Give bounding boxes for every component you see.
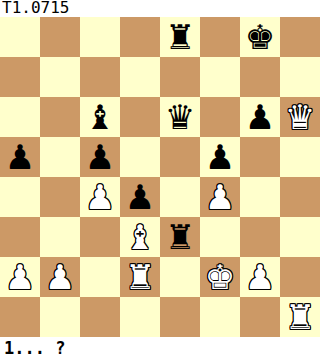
square-e6[interactable]: ♛ xyxy=(160,97,200,137)
square-a5[interactable]: ♟ xyxy=(0,137,40,177)
square-b7[interactable] xyxy=(40,57,80,97)
square-g6[interactable]: ♟ xyxy=(240,97,280,137)
square-d4[interactable]: ♟ xyxy=(120,177,160,217)
square-a7[interactable] xyxy=(0,57,40,97)
square-b4[interactable] xyxy=(40,177,80,217)
square-g8[interactable]: ♚ xyxy=(240,17,280,57)
square-b1[interactable] xyxy=(40,297,80,337)
square-a3[interactable] xyxy=(0,217,40,257)
square-d6[interactable] xyxy=(120,97,160,137)
square-g5[interactable] xyxy=(240,137,280,177)
square-h8[interactable] xyxy=(280,17,320,57)
square-h2[interactable] xyxy=(280,257,320,297)
square-e1[interactable] xyxy=(160,297,200,337)
white-pawn: ♟ xyxy=(80,177,120,217)
square-f4[interactable]: ♟ xyxy=(200,177,240,217)
square-f3[interactable] xyxy=(200,217,240,257)
black-pawn: ♟ xyxy=(120,177,160,217)
square-a2[interactable]: ♟ xyxy=(0,257,40,297)
square-d2[interactable]: ♜ xyxy=(120,257,160,297)
black-rook: ♜ xyxy=(160,17,200,57)
square-c4[interactable]: ♟ xyxy=(80,177,120,217)
square-d5[interactable] xyxy=(120,137,160,177)
white-rook: ♜ xyxy=(280,297,320,337)
square-a6[interactable] xyxy=(0,97,40,137)
square-g4[interactable] xyxy=(240,177,280,217)
white-pawn: ♟ xyxy=(0,257,40,297)
square-b5[interactable] xyxy=(40,137,80,177)
square-h6[interactable]: ♛ xyxy=(280,97,320,137)
square-a8[interactable] xyxy=(0,17,40,57)
chess-puzzle-app: T1.0715 ♜♚♝♛♟♛♟♟♟♟♟♟♝♜♟♟♜♚♟♜ 1... ? xyxy=(0,0,320,360)
square-b8[interactable] xyxy=(40,17,80,57)
black-pawn: ♟ xyxy=(200,137,240,177)
square-c3[interactable] xyxy=(80,217,120,257)
square-b6[interactable] xyxy=(40,97,80,137)
black-pawn: ♟ xyxy=(240,97,280,137)
square-d1[interactable] xyxy=(120,297,160,337)
square-e2[interactable] xyxy=(160,257,200,297)
square-f2[interactable]: ♚ xyxy=(200,257,240,297)
black-queen: ♛ xyxy=(160,97,200,137)
black-bishop: ♝ xyxy=(80,97,120,137)
square-a1[interactable] xyxy=(0,297,40,337)
square-c6[interactable]: ♝ xyxy=(80,97,120,137)
white-rook: ♜ xyxy=(120,257,160,297)
chess-board: ♜♚♝♛♟♛♟♟♟♟♟♟♝♜♟♟♜♚♟♜ xyxy=(0,17,320,337)
square-h5[interactable] xyxy=(280,137,320,177)
square-f1[interactable] xyxy=(200,297,240,337)
square-d3[interactable]: ♝ xyxy=(120,217,160,257)
square-g1[interactable] xyxy=(240,297,280,337)
square-c2[interactable] xyxy=(80,257,120,297)
square-f5[interactable]: ♟ xyxy=(200,137,240,177)
white-queen: ♛ xyxy=(280,97,320,137)
white-pawn: ♟ xyxy=(240,257,280,297)
square-e5[interactable] xyxy=(160,137,200,177)
puzzle-title: T1.0715 xyxy=(0,0,320,17)
square-e7[interactable] xyxy=(160,57,200,97)
square-e3[interactable]: ♜ xyxy=(160,217,200,257)
move-prompt: 1... ? xyxy=(0,337,320,360)
square-f7[interactable] xyxy=(200,57,240,97)
square-b3[interactable] xyxy=(40,217,80,257)
square-h4[interactable] xyxy=(280,177,320,217)
square-a4[interactable] xyxy=(0,177,40,217)
square-c7[interactable] xyxy=(80,57,120,97)
white-pawn: ♟ xyxy=(200,177,240,217)
square-e4[interactable] xyxy=(160,177,200,217)
black-pawn: ♟ xyxy=(80,137,120,177)
white-king: ♚ xyxy=(200,257,240,297)
square-c5[interactable]: ♟ xyxy=(80,137,120,177)
square-b2[interactable]: ♟ xyxy=(40,257,80,297)
square-g3[interactable] xyxy=(240,217,280,257)
white-bishop: ♝ xyxy=(120,217,160,257)
black-king: ♚ xyxy=(240,17,280,57)
square-d8[interactable] xyxy=(120,17,160,57)
square-h1[interactable]: ♜ xyxy=(280,297,320,337)
white-pawn: ♟ xyxy=(40,257,80,297)
square-f8[interactable] xyxy=(200,17,240,57)
black-pawn: ♟ xyxy=(0,137,40,177)
square-h3[interactable] xyxy=(280,217,320,257)
black-rook: ♜ xyxy=(160,217,200,257)
square-d7[interactable] xyxy=(120,57,160,97)
square-e8[interactable]: ♜ xyxy=(160,17,200,57)
square-f6[interactable] xyxy=(200,97,240,137)
square-c1[interactable] xyxy=(80,297,120,337)
square-c8[interactable] xyxy=(80,17,120,57)
square-h7[interactable] xyxy=(280,57,320,97)
square-g2[interactable]: ♟ xyxy=(240,257,280,297)
square-g7[interactable] xyxy=(240,57,280,97)
